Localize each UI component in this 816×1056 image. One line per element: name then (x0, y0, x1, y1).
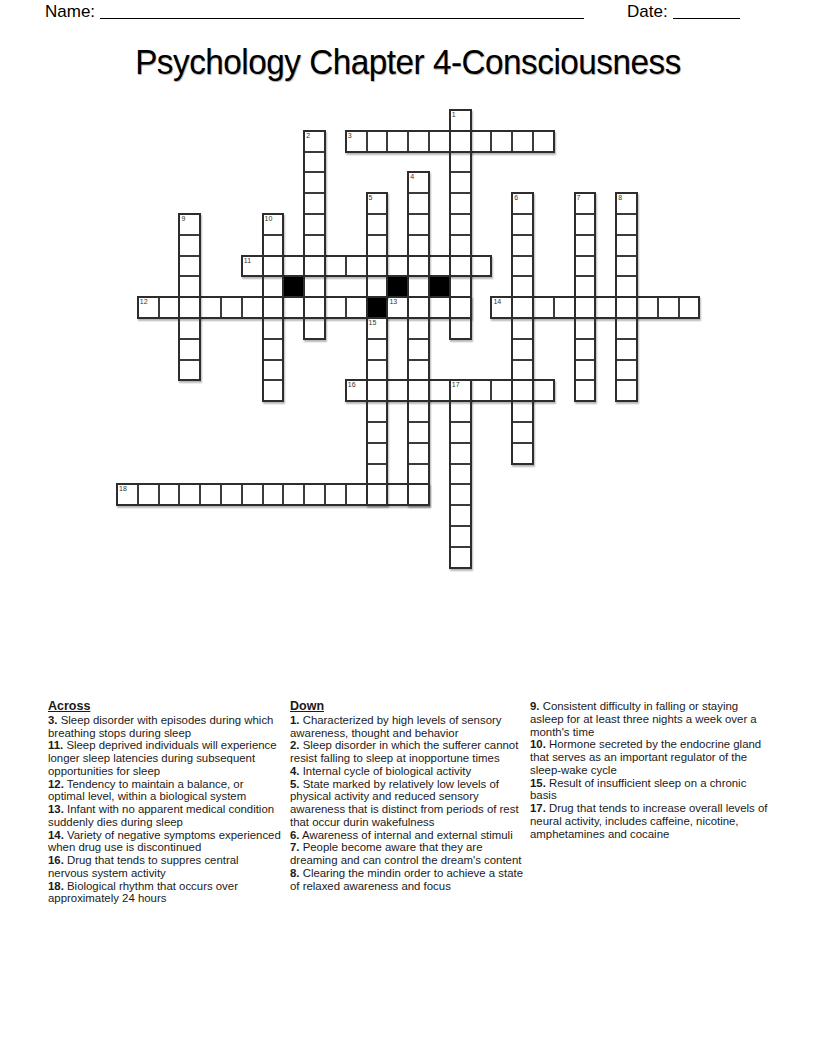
grid-cell[interactable] (512, 380, 533, 401)
clue-number: 14. (48, 829, 64, 841)
grid-cell[interactable] (575, 256, 596, 277)
grid-cell[interactable] (304, 318, 325, 339)
grid-cell[interactable] (263, 339, 284, 360)
grid-cell[interactable] (471, 131, 492, 152)
grid-cell[interactable] (575, 380, 596, 401)
grid-cell[interactable] (575, 360, 596, 381)
grid-cell[interactable] (179, 318, 200, 339)
grid-cell[interactable] (616, 297, 637, 318)
grid-cell[interactable] (283, 484, 304, 505)
grid-cell[interactable] (450, 505, 471, 526)
date-blank-line[interactable] (673, 0, 740, 19)
name-blank-line[interactable] (100, 0, 584, 19)
clue-14: 14. Variety of negative symptoms experie… (48, 829, 281, 855)
grid-cell[interactable] (450, 297, 471, 318)
grid-cell[interactable] (283, 297, 304, 318)
grid-cell[interactable] (575, 297, 596, 318)
grid-cell[interactable] (658, 297, 679, 318)
clue-9: 9. Consistent difficulty in falling or s… (530, 700, 772, 738)
grid-cell[interactable] (179, 256, 200, 277)
grid-cell[interactable] (491, 131, 512, 152)
grid-cell[interactable] (616, 256, 637, 277)
grid-cell[interactable] (408, 193, 429, 214)
across-clue-list: 3. Sleep disorder with episodes during w… (48, 714, 281, 905)
grid-cell[interactable] (408, 484, 429, 505)
clue-number: 11. (48, 739, 63, 751)
grid-cell[interactable] (346, 297, 367, 318)
grid-cell[interactable] (367, 360, 388, 381)
page-title: Psychology Chapter 4-Consciousness (20, 42, 795, 82)
grid-cell[interactable] (512, 318, 533, 339)
grid-cell[interactable] (367, 318, 388, 339)
grid-cell[interactable] (616, 276, 637, 297)
grid-cell[interactable] (304, 172, 325, 193)
grid-cell[interactable] (491, 380, 512, 401)
grid-cell[interactable] (512, 401, 533, 422)
across-heading: Across (48, 700, 281, 713)
clue-3: 3. Sleep disorder with episodes during w… (48, 714, 281, 740)
clue-number: 13. (48, 803, 64, 815)
name-label: Name: (45, 2, 95, 22)
clue-2: 2. Sleep disorder in which the sufferer … (290, 739, 528, 765)
grid-cell[interactable] (429, 380, 450, 401)
grid-cell[interactable] (179, 484, 200, 505)
grid-cell[interactable] (575, 193, 596, 214)
grid-cell[interactable] (450, 235, 471, 256)
grid-cell[interactable] (408, 256, 429, 277)
clue-number: 8. (290, 867, 300, 879)
black-cell (283, 276, 304, 297)
crossword-board: 311121314161812456789101517 (117, 110, 700, 568)
grid-cell[interactable] (429, 297, 450, 318)
clue-18: 18. Biological rhythm that occurs over a… (48, 880, 281, 906)
clue-number: 17. (530, 802, 546, 814)
grid-cell[interactable] (595, 297, 616, 318)
black-cell (367, 297, 388, 318)
grid-cell[interactable] (408, 235, 429, 256)
grid-cell[interactable] (179, 214, 200, 235)
grid-cell[interactable] (512, 297, 533, 318)
grid-cell[interactable] (304, 256, 325, 277)
grid-cell[interactable] (367, 214, 388, 235)
clue-number: 6. (290, 829, 300, 841)
grid-cell[interactable] (512, 131, 533, 152)
grid-cell[interactable] (367, 256, 388, 277)
grid-cell[interactable] (679, 297, 700, 318)
grid-cell[interactable] (533, 131, 554, 152)
grid-cell[interactable] (179, 360, 200, 381)
down-clue-list: 1. Characterized by high levels of senso… (290, 714, 528, 893)
grid-cell[interactable] (159, 484, 180, 505)
clue-13: 13. Infant with no apparent medical cond… (48, 803, 281, 829)
grid-cell[interactable] (429, 131, 450, 152)
grid-cell[interactable] (450, 131, 471, 152)
grid-cell[interactable] (575, 339, 596, 360)
grid-cell[interactable] (408, 297, 429, 318)
clue-1: 1. Characterized by high levels of senso… (290, 714, 528, 740)
grid-cell[interactable] (367, 131, 388, 152)
clue-6: 6. Awareness of internal and external st… (290, 829, 528, 842)
black-cell (429, 276, 450, 297)
grid-cell[interactable] (408, 360, 429, 381)
grid-cell[interactable] (429, 256, 450, 277)
grid-cell[interactable] (387, 256, 408, 277)
grid-cell[interactable] (325, 484, 346, 505)
clue-17: 17. Drug that tends to increase overall … (530, 802, 772, 840)
clue-8: 8. Clearing the mindin order to achieve … (290, 867, 528, 893)
clue-15: 15. Result of insufficient sleep on a ch… (530, 777, 772, 803)
grid-cell[interactable] (263, 276, 284, 297)
date-label: Date: (627, 2, 668, 22)
grid-cell[interactable] (242, 297, 263, 318)
clue-number: 9. (530, 700, 540, 712)
grid-cell[interactable] (242, 484, 263, 505)
grid-cell[interactable] (200, 297, 221, 318)
grid-cell[interactable] (450, 214, 471, 235)
grid-cell[interactable] (367, 193, 388, 214)
clue-number: 3. (48, 714, 58, 726)
grid-cell[interactable] (408, 318, 429, 339)
grid-cell[interactable] (450, 464, 471, 485)
grid-cell[interactable] (304, 484, 325, 505)
grid-cell[interactable] (450, 380, 471, 401)
clue-number: 10. (530, 738, 546, 750)
clue-16: 16. Drug that tends to suppres central n… (48, 854, 281, 880)
down-clues-continued-column: 9. Consistent difficulty in falling or s… (530, 700, 772, 840)
grid-cell[interactable] (512, 443, 533, 464)
grid-cell[interactable] (450, 526, 471, 547)
grid-cell[interactable] (346, 380, 367, 401)
grid-cell[interactable] (575, 276, 596, 297)
grid-cell[interactable] (367, 422, 388, 443)
grid-cell[interactable] (138, 297, 159, 318)
down-heading: Down (290, 700, 528, 713)
grid-cell[interactable] (616, 360, 637, 381)
grid-cell[interactable] (263, 380, 284, 401)
grid-cell[interactable] (408, 131, 429, 152)
grid-cell[interactable] (408, 214, 429, 235)
grid-cell[interactable] (575, 318, 596, 339)
clue-number: 15. (530, 777, 546, 789)
clue-number: 5. (290, 778, 300, 790)
grid-cell[interactable] (491, 297, 512, 318)
grid-cell[interactable] (346, 256, 367, 277)
grid-cell[interactable] (450, 318, 471, 339)
grid-cell[interactable] (408, 172, 429, 193)
grid-cell[interactable] (512, 276, 533, 297)
black-cell (387, 276, 408, 297)
grid-cell[interactable] (263, 297, 284, 318)
grid-cell[interactable] (512, 256, 533, 277)
grid-cell[interactable] (408, 401, 429, 422)
grid-cell[interactable] (408, 339, 429, 360)
grid-cell[interactable] (408, 464, 429, 485)
grid-cell[interactable] (387, 484, 408, 505)
grid-cell[interactable] (263, 318, 284, 339)
grid-cell[interactable] (179, 235, 200, 256)
clue-5: 5. State marked by relatively low levels… (290, 778, 528, 829)
grid-cell[interactable] (450, 110, 471, 131)
grid-cell[interactable] (304, 193, 325, 214)
grid-cell[interactable] (263, 256, 284, 277)
grid-cell[interactable] (450, 484, 471, 505)
grid-cell[interactable] (367, 443, 388, 464)
grid-cell[interactable] (616, 214, 637, 235)
grid-cell[interactable] (263, 214, 284, 235)
grid-cell[interactable] (367, 276, 388, 297)
grid-cell[interactable] (554, 297, 575, 318)
grid-cell[interactable] (387, 131, 408, 152)
grid-cell[interactable] (637, 297, 658, 318)
grid-cell[interactable] (408, 422, 429, 443)
clue-4: 4. Internal cycle of biological activity (290, 765, 528, 778)
grid-cell[interactable] (367, 401, 388, 422)
grid-cell[interactable] (387, 380, 408, 401)
clue-11: 11. Sleep deprived individuals will expe… (48, 739, 281, 777)
clue-number: 1. (290, 714, 300, 726)
grid-cell[interactable] (512, 360, 533, 381)
grid-cell[interactable] (367, 235, 388, 256)
grid-cell[interactable] (616, 380, 637, 401)
grid-cell[interactable] (263, 360, 284, 381)
grid-cell[interactable] (450, 443, 471, 464)
grid-cell[interactable] (450, 422, 471, 443)
grid-cell[interactable] (512, 214, 533, 235)
grid-cell[interactable] (575, 214, 596, 235)
grid-cell[interactable] (221, 297, 242, 318)
grid-cell[interactable] (367, 464, 388, 485)
down-clue-continued-list: 9. Consistent difficulty in falling or s… (530, 700, 772, 840)
grid-cell[interactable] (408, 276, 429, 297)
clue-number: 12. (48, 778, 64, 790)
clue-number: 16. (48, 854, 64, 866)
grid-cell[interactable] (179, 297, 200, 318)
grid-cell[interactable] (533, 297, 554, 318)
grid-cell[interactable] (304, 276, 325, 297)
clue-10: 10. Hormone secreted by the endocrine gl… (530, 738, 772, 776)
grid-cell[interactable] (450, 276, 471, 297)
grid-cell[interactable] (450, 401, 471, 422)
grid-cell[interactable] (450, 172, 471, 193)
grid-cell[interactable] (450, 256, 471, 277)
across-clues-column: Across 3. Sleep disorder with episodes d… (48, 700, 281, 905)
clue-number: 4. (290, 765, 300, 777)
grid-cell[interactable] (367, 339, 388, 360)
grid-cell[interactable] (346, 131, 367, 152)
grid-cell[interactable] (221, 484, 242, 505)
grid-cell[interactable] (512, 422, 533, 443)
grid-cell[interactable] (408, 380, 429, 401)
down-clues-column: Down 1. Characterized by high levels of … (290, 700, 528, 892)
grid-cell[interactable] (346, 484, 367, 505)
grid-cell[interactable] (138, 484, 159, 505)
clue-7: 7. People become aware that they are dre… (290, 841, 528, 867)
grid-cell[interactable] (616, 193, 637, 214)
grid-cell[interactable] (533, 380, 554, 401)
grid-cell[interactable] (242, 256, 263, 277)
grid-cell[interactable] (304, 131, 325, 152)
grid-cell[interactable] (304, 235, 325, 256)
grid-cell[interactable] (616, 339, 637, 360)
grid-cell[interactable] (179, 276, 200, 297)
grid-cell[interactable] (304, 297, 325, 318)
clue-12: 12. Tendency to maintain a balance, or o… (48, 778, 281, 804)
grid-cell[interactable] (304, 152, 325, 173)
clue-number: 7. (290, 841, 300, 853)
grid-cell[interactable] (450, 193, 471, 214)
grid-cell[interactable] (179, 339, 200, 360)
grid-cell[interactable] (387, 297, 408, 318)
grid-cell[interactable] (512, 235, 533, 256)
grid-cell[interactable] (471, 380, 492, 401)
grid-cell[interactable] (616, 235, 637, 256)
grid-cell[interactable] (367, 484, 388, 505)
clue-number: 18. (48, 880, 64, 892)
grid-cell[interactable] (159, 297, 180, 318)
grid-cell[interactable] (200, 484, 221, 505)
grid-cell[interactable] (325, 256, 346, 277)
grid-cell[interactable] (263, 484, 284, 505)
grid-cell[interactable] (471, 256, 492, 277)
grid-cell[interactable] (450, 152, 471, 173)
grid-cell[interactable] (367, 380, 388, 401)
grid-cell[interactable] (512, 193, 533, 214)
grid-cell[interactable] (325, 297, 346, 318)
grid-cell[interactable] (408, 443, 429, 464)
grid-cell[interactable] (263, 235, 284, 256)
grid-cell[interactable] (512, 339, 533, 360)
grid-cell[interactable] (616, 318, 637, 339)
grid-cell[interactable] (575, 235, 596, 256)
grid-cell[interactable] (304, 214, 325, 235)
grid-cell[interactable] (117, 484, 138, 505)
grid-cell[interactable] (450, 547, 471, 568)
clue-number: 2. (290, 739, 300, 751)
grid-cell[interactable] (283, 256, 304, 277)
